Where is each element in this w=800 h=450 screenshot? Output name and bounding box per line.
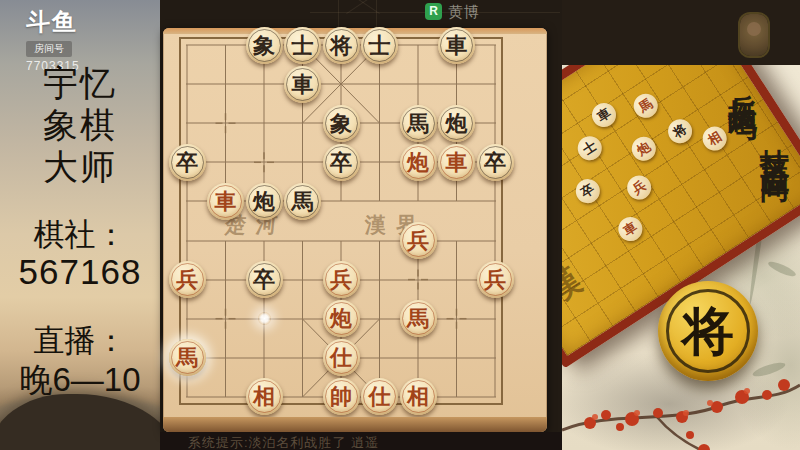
piece-glyph: 相 xyxy=(400,378,437,415)
streamer-name-line3: 大师 xyxy=(0,146,160,188)
system-message-bar: 系统提示:淡泊名利战胜了 逍遥 xyxy=(160,432,562,450)
stream-screenshot: 斗鱼 房间号 7703315 宇忆 象棋 大师 棋社： 567168 直播： 晚… xyxy=(0,0,800,450)
piece-glyph: 車 xyxy=(284,66,321,103)
piece-red-相[interactable]: 相 xyxy=(246,378,283,415)
piece-glyph: 兵 xyxy=(323,261,360,298)
piece-glyph: 馬 xyxy=(284,183,321,220)
piece-black-炮[interactable]: 炮 xyxy=(438,105,475,142)
piece-black-将[interactable]: 将 xyxy=(323,27,360,64)
piece-red-兵[interactable]: 兵 xyxy=(400,222,437,259)
piece-glyph: 車 xyxy=(438,27,475,64)
piece-black-車[interactable]: 車 xyxy=(284,66,321,103)
piece-glyph: 士 xyxy=(361,27,398,64)
poster-mini-piece-将: 将 xyxy=(663,115,696,148)
right-top-strip xyxy=(562,0,800,65)
piece-black-士[interactable]: 士 xyxy=(284,27,321,64)
poster-mini-piece-炮: 炮 xyxy=(627,132,660,165)
piece-glyph: 象 xyxy=(246,27,283,64)
opponent-name: 黄博 xyxy=(448,3,480,22)
piece-red-車[interactable]: 車 xyxy=(207,183,244,220)
piece-red-兵[interactable]: 兵 xyxy=(477,261,514,298)
piece-red-車[interactable]: 車 xyxy=(438,144,475,181)
piece-glyph: 馬 xyxy=(169,339,206,376)
douyu-logo-text: 斗鱼 xyxy=(26,6,80,38)
piece-black-卒[interactable]: 卒 xyxy=(323,144,360,181)
piece-glyph: 仕 xyxy=(323,339,360,376)
piece-glyph: 卒 xyxy=(169,144,206,181)
piece-black-馬[interactable]: 馬 xyxy=(400,105,437,142)
piece-black-卒[interactable]: 卒 xyxy=(169,144,206,181)
piece-red-炮[interactable]: 炮 xyxy=(323,300,360,337)
piece-glyph: 車 xyxy=(207,183,244,220)
piece-glyph: 馬 xyxy=(400,105,437,142)
piece-grid[interactable]: 象士将士車車象馬炮卒卒炮車卒車炮馬兵兵卒兵兵炮馬馬仕相帥仕相 xyxy=(168,25,515,416)
bamboo-leaf xyxy=(767,259,798,279)
piece-glyph: 兵 xyxy=(400,222,437,259)
live-time: 晚6—10 xyxy=(0,358,160,403)
piece-red-仕[interactable]: 仕 xyxy=(361,378,398,415)
piece-red-仕[interactable]: 仕 xyxy=(323,339,360,376)
club-number: 567168 xyxy=(0,252,160,292)
poster-mini-piece-士: 士 xyxy=(573,132,606,165)
piece-red-相[interactable]: 相 xyxy=(400,378,437,415)
system-message: 系统提示:淡泊名利战胜了 逍遥 xyxy=(188,434,379,450)
piece-black-士[interactable]: 士 xyxy=(361,27,398,64)
piece-glyph: 帥 xyxy=(323,378,360,415)
avatar-face xyxy=(747,22,761,36)
piece-glyph: 卒 xyxy=(477,144,514,181)
poster-slogan-1: 兵挺炮鸣 xyxy=(728,71,758,95)
room-label: 房间号 xyxy=(26,41,72,57)
poster-mini-piece-馬: 馬 xyxy=(629,89,662,122)
piece-glyph: 炮 xyxy=(438,105,475,142)
last-move-marker xyxy=(258,312,271,325)
poster-mini-piece-車: 車 xyxy=(587,98,620,131)
piece-glyph: 炮 xyxy=(323,300,360,337)
xiangqi-board[interactable]: 楚河 漢界 象士将士車車象馬炮卒卒炮車卒車炮馬兵兵卒兵兵炮馬馬仕相帥仕相 xyxy=(163,28,547,432)
piece-red-兵[interactable]: 兵 xyxy=(323,261,360,298)
piece-glyph: 卒 xyxy=(323,144,360,181)
streamer-name-line2: 象棋 xyxy=(0,104,160,146)
piece-red-馬[interactable]: 馬 xyxy=(169,339,206,376)
opponent-rank-badge: R xyxy=(425,3,442,20)
live-label: 直播： xyxy=(0,320,160,362)
game-area: R 黄博 xyxy=(160,0,562,450)
poster-mini-piece-車: 車 xyxy=(614,212,647,245)
streamer-name-line1: 宇忆 xyxy=(0,62,160,104)
piece-glyph: 士 xyxy=(284,27,321,64)
piece-black-象[interactable]: 象 xyxy=(246,27,283,64)
poster-slogan-2: 技艺盖世间 xyxy=(760,125,790,155)
piece-glyph: 炮 xyxy=(400,144,437,181)
piece-black-炮[interactable]: 炮 xyxy=(246,183,283,220)
piece-black-馬[interactable]: 馬 xyxy=(284,183,321,220)
piece-black-車[interactable]: 車 xyxy=(438,27,475,64)
piece-glyph: 卒 xyxy=(246,261,283,298)
plum-blossom-branch xyxy=(562,355,800,450)
art-board-river-char: 漢 xyxy=(562,257,590,314)
poster-mini-piece-相: 相 xyxy=(698,122,731,155)
top-strip: R 黄博 xyxy=(160,0,562,28)
streamer-avatar xyxy=(740,14,768,56)
piece-glyph: 仕 xyxy=(361,378,398,415)
poster-mini-piece-卒: 卒 xyxy=(571,175,604,208)
piece-glyph: 車 xyxy=(438,144,475,181)
piece-red-炮[interactable]: 炮 xyxy=(400,144,437,181)
piece-glyph: 馬 xyxy=(400,300,437,337)
piece-red-帥[interactable]: 帥 xyxy=(323,378,360,415)
left-sidebar: 斗鱼 房间号 7703315 宇忆 象棋 大师 棋社： 567168 直播： 晚… xyxy=(0,0,160,450)
piece-black-卒[interactable]: 卒 xyxy=(477,144,514,181)
promo-poster: 漢 車馬士炮将卒兵相車 兵挺炮鸣 技艺盖世间 将 棋逢对手 xyxy=(562,65,800,450)
piece-black-象[interactable]: 象 xyxy=(323,105,360,142)
piece-glyph: 兵 xyxy=(477,261,514,298)
piece-glyph: 相 xyxy=(246,378,283,415)
club-label: 棋社： xyxy=(0,214,160,256)
piece-black-卒[interactable]: 卒 xyxy=(246,261,283,298)
piece-glyph: 兵 xyxy=(169,261,206,298)
piece-glyph: 象 xyxy=(323,105,360,142)
piece-red-馬[interactable]: 馬 xyxy=(400,300,437,337)
piece-red-兵[interactable]: 兵 xyxy=(169,261,206,298)
piece-glyph: 将 xyxy=(323,27,360,64)
board-bottom-bevel xyxy=(163,417,547,432)
poster-mini-piece-兵: 兵 xyxy=(623,171,656,204)
piece-glyph: 炮 xyxy=(246,183,283,220)
